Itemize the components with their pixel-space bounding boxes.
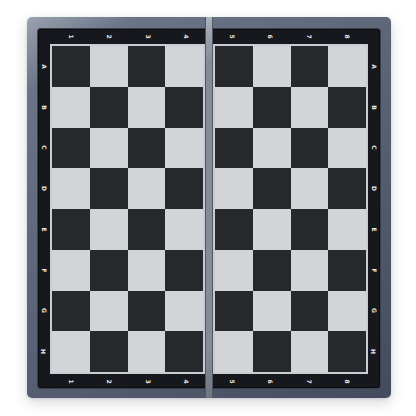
- coord-right-D: D: [370, 186, 377, 191]
- square-d2: [90, 168, 128, 209]
- coord-left-E: E: [40, 227, 47, 231]
- coord-left-G: G: [41, 308, 48, 313]
- coord-right-H-cell: H: [368, 331, 380, 372]
- product-photo-background: 12345678 12345678 ABCDEFGH ABCDEFGH: [0, 0, 416, 416]
- square-h8: [328, 331, 366, 372]
- square-b7: [291, 87, 329, 128]
- coord-top-1: 1: [68, 34, 75, 38]
- coord-bottom-3-cell: 3: [129, 374, 167, 388]
- square-d8: [328, 168, 366, 209]
- coord-left-D: D: [40, 186, 47, 191]
- square-h2: [90, 331, 128, 372]
- coord-bottom-2-cell: 2: [90, 374, 128, 388]
- square-a6: [253, 46, 291, 87]
- square-f6: [253, 250, 291, 291]
- coord-left-F: F: [40, 268, 47, 272]
- coord-left-H-cell: H: [38, 331, 50, 372]
- square-a7: [291, 46, 329, 87]
- square-h7: [291, 331, 329, 372]
- square-a4: [165, 46, 203, 87]
- coord-bottom-4: 4: [182, 379, 189, 383]
- square-c5: [215, 128, 253, 169]
- coord-right-G-cell: G: [368, 291, 380, 332]
- coord-top-2: 2: [106, 34, 113, 38]
- square-b8: [328, 87, 366, 128]
- coord-left-C-cell: C: [38, 128, 50, 169]
- coord-right-E: E: [370, 227, 377, 231]
- coord-bottom-7-cell: 7: [290, 374, 328, 388]
- square-a1: [52, 46, 90, 87]
- square-f3: [128, 250, 166, 291]
- square-e5: [215, 209, 253, 250]
- square-h6: [253, 331, 291, 372]
- coord-right-A-cell: A: [368, 46, 380, 87]
- square-b1: [52, 87, 90, 128]
- square-b6: [253, 87, 291, 128]
- coord-left-A-cell: A: [38, 46, 50, 87]
- square-d4: [165, 168, 203, 209]
- square-h5: [215, 331, 253, 372]
- coord-right-F: F: [370, 268, 377, 272]
- coord-left-H: H: [41, 349, 48, 354]
- square-e7: [291, 209, 329, 250]
- square-e1: [52, 209, 90, 250]
- square-c3: [128, 128, 166, 169]
- coords-left: ABCDEFGH: [38, 46, 50, 372]
- coord-bottom-6-cell: 6: [251, 374, 289, 388]
- coord-top-8-cell: 8: [328, 29, 366, 44]
- square-f2: [90, 250, 128, 291]
- coord-bottom-4-cell: 4: [167, 374, 205, 388]
- square-f7: [291, 250, 329, 291]
- square-a3: [128, 46, 166, 87]
- square-b3: [128, 87, 166, 128]
- coord-top-6: 6: [267, 34, 274, 38]
- coord-bottom-1: 1: [68, 379, 75, 383]
- board-half-left: [50, 44, 205, 374]
- coord-right-D-cell: D: [368, 168, 380, 209]
- square-a2: [90, 46, 128, 87]
- square-d1: [52, 168, 90, 209]
- coord-right-C: C: [371, 146, 378, 150]
- square-e3: [128, 209, 166, 250]
- square-c2: [90, 128, 128, 169]
- coord-bottom-3: 3: [144, 379, 151, 383]
- coord-left-F-cell: F: [38, 250, 50, 291]
- coord-left-B-cell: B: [38, 87, 50, 128]
- square-g3: [128, 291, 166, 332]
- coord-bottom-2: 2: [106, 379, 113, 383]
- coord-bottom-group-left: 1234: [52, 374, 205, 388]
- coord-top-3-cell: 3: [129, 29, 167, 44]
- coord-top-2-cell: 2: [90, 29, 128, 44]
- square-d6: [253, 168, 291, 209]
- square-e8: [328, 209, 366, 250]
- square-h3: [128, 331, 166, 372]
- coord-right-B: B: [370, 105, 377, 110]
- coord-right-H: H: [371, 349, 378, 354]
- square-g6: [253, 291, 291, 332]
- square-h1: [52, 331, 90, 372]
- coord-top-6-cell: 6: [251, 29, 289, 44]
- square-g8: [328, 291, 366, 332]
- coord-right-E-cell: E: [368, 209, 380, 250]
- square-g5: [215, 291, 253, 332]
- coord-bottom-1-cell: 1: [52, 374, 90, 388]
- coord-left-B: B: [40, 105, 47, 110]
- coord-top-4-cell: 4: [167, 29, 205, 44]
- square-e2: [90, 209, 128, 250]
- coord-bottom-8-cell: 8: [328, 374, 366, 388]
- coord-top-8: 8: [343, 34, 350, 38]
- coord-bottom-7: 7: [305, 379, 312, 383]
- coord-top-5-cell: 5: [213, 29, 251, 44]
- coord-top-1-cell: 1: [52, 29, 90, 44]
- square-c8: [328, 128, 366, 169]
- coord-left-E-cell: E: [38, 209, 50, 250]
- square-c6: [253, 128, 291, 169]
- coord-right-B-cell: B: [368, 87, 380, 128]
- chessboard[interactable]: 12345678 12345678 ABCDEFGH ABCDEFGH: [27, 17, 391, 398]
- square-c7: [291, 128, 329, 169]
- coord-bottom-6: 6: [267, 379, 274, 383]
- coord-bottom-8: 8: [343, 379, 350, 383]
- coord-right-C-cell: C: [368, 128, 380, 169]
- coord-bottom-5-cell: 5: [213, 374, 251, 388]
- square-e6: [253, 209, 291, 250]
- coord-left-D-cell: D: [38, 168, 50, 209]
- coord-top-4: 4: [182, 34, 189, 38]
- coord-right-F-cell: F: [368, 250, 380, 291]
- coord-top-7-cell: 7: [290, 29, 328, 44]
- coord-top-7: 7: [305, 34, 312, 38]
- coord-left-A: A: [41, 64, 48, 69]
- coord-top-group-left: 1234: [52, 29, 205, 44]
- square-g1: [52, 291, 90, 332]
- coord-top-3: 3: [144, 34, 151, 38]
- square-c1: [52, 128, 90, 169]
- square-d7: [291, 168, 329, 209]
- square-d3: [128, 168, 166, 209]
- square-g2: [90, 291, 128, 332]
- coord-left-C: C: [41, 146, 48, 150]
- coord-right-G: G: [371, 308, 378, 313]
- square-g7: [291, 291, 329, 332]
- square-f8: [328, 250, 366, 291]
- square-h4: [165, 331, 203, 372]
- square-d5: [215, 168, 253, 209]
- square-f1: [52, 250, 90, 291]
- square-b5: [215, 87, 253, 128]
- square-f5: [215, 250, 253, 291]
- coord-top-5: 5: [229, 34, 236, 38]
- square-b2: [90, 87, 128, 128]
- coord-bottom-5: 5: [229, 379, 236, 383]
- board-half-right: [213, 44, 368, 374]
- coord-right-A: A: [371, 64, 378, 69]
- fold-seam: [205, 17, 213, 398]
- square-a8: [328, 46, 366, 87]
- square-c4: [165, 128, 203, 169]
- coords-right: ABCDEFGH: [368, 46, 380, 372]
- square-a5: [215, 46, 253, 87]
- coord-top-group-right: 5678: [213, 29, 366, 44]
- coord-left-G-cell: G: [38, 291, 50, 332]
- square-b4: [165, 87, 203, 128]
- square-g4: [165, 291, 203, 332]
- square-f4: [165, 250, 203, 291]
- coord-bottom-group-right: 5678: [213, 374, 366, 388]
- square-e4: [165, 209, 203, 250]
